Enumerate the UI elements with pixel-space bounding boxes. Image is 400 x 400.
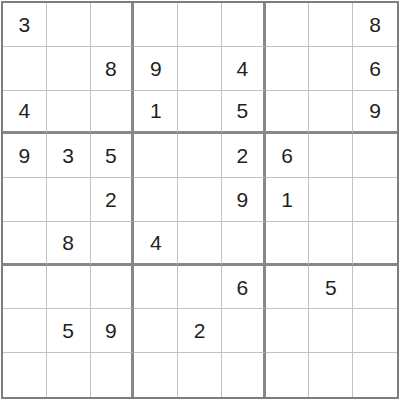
cell-r1c3[interactable] [91,3,135,47]
cell-r5c6[interactable]: 9 [222,178,266,222]
cell-r1c7[interactable] [266,3,310,47]
cell-r8c4[interactable] [134,309,178,353]
cell-r5c3[interactable]: 2 [91,178,135,222]
cell-r2c8[interactable] [309,47,353,91]
cell-r4c1[interactable]: 9 [3,134,47,178]
sudoku-board: 3889464159935262918465592 [1,1,399,399]
cell-r4c8[interactable] [309,134,353,178]
cell-r1c4[interactable] [134,3,178,47]
cell-r1c6[interactable] [222,3,266,47]
cell-r5c7[interactable]: 1 [266,178,310,222]
cell-r6c2[interactable]: 8 [47,222,91,266]
cell-r8c5[interactable]: 2 [178,309,222,353]
cell-r9c9[interactable] [353,353,397,397]
cell-r9c5[interactable] [178,353,222,397]
cell-r7c2[interactable] [47,266,91,310]
cell-r2c5[interactable] [178,47,222,91]
cell-r9c8[interactable] [309,353,353,397]
cell-r6c6[interactable] [222,222,266,266]
cell-r5c2[interactable] [47,178,91,222]
cell-r5c5[interactable] [178,178,222,222]
cell-r4c5[interactable] [178,134,222,178]
cell-r8c2[interactable]: 5 [47,309,91,353]
cell-r7c6[interactable]: 6 [222,266,266,310]
cell-r3c5[interactable] [178,91,222,135]
cell-r3c2[interactable] [47,91,91,135]
cell-r6c4[interactable]: 4 [134,222,178,266]
cell-r8c3[interactable]: 9 [91,309,135,353]
cell-r7c5[interactable] [178,266,222,310]
cell-r3c1[interactable]: 4 [3,91,47,135]
cell-r7c4[interactable] [134,266,178,310]
cell-r9c4[interactable] [134,353,178,397]
cell-r4c2[interactable]: 3 [47,134,91,178]
cell-r6c5[interactable] [178,222,222,266]
cell-r8c7[interactable] [266,309,310,353]
cell-r1c2[interactable] [47,3,91,47]
cell-r3c8[interactable] [309,91,353,135]
cell-r8c8[interactable] [309,309,353,353]
cell-r1c9[interactable]: 8 [353,3,397,47]
cell-r7c8[interactable]: 5 [309,266,353,310]
cell-r9c3[interactable] [91,353,135,397]
cell-r8c1[interactable] [3,309,47,353]
cell-r3c7[interactable] [266,91,310,135]
cell-r1c5[interactable] [178,3,222,47]
cell-r2c1[interactable] [3,47,47,91]
cell-r7c1[interactable] [3,266,47,310]
cell-r3c3[interactable] [91,91,135,135]
cell-r3c9[interactable]: 9 [353,91,397,135]
cell-r7c9[interactable] [353,266,397,310]
cell-r4c3[interactable]: 5 [91,134,135,178]
cell-r4c6[interactable]: 2 [222,134,266,178]
cell-r8c6[interactable] [222,309,266,353]
cell-r1c8[interactable] [309,3,353,47]
cell-r2c3[interactable]: 8 [91,47,135,91]
cell-r8c9[interactable] [353,309,397,353]
cell-r7c3[interactable] [91,266,135,310]
cell-r6c9[interactable] [353,222,397,266]
cell-r5c4[interactable] [134,178,178,222]
cell-r3c6[interactable]: 5 [222,91,266,135]
cell-r6c1[interactable] [3,222,47,266]
cell-r2c6[interactable]: 4 [222,47,266,91]
cell-r5c9[interactable] [353,178,397,222]
cell-r2c9[interactable]: 6 [353,47,397,91]
cell-r6c8[interactable] [309,222,353,266]
cell-r5c1[interactable] [3,178,47,222]
cell-r6c7[interactable] [266,222,310,266]
cell-r4c4[interactable] [134,134,178,178]
cell-r9c1[interactable] [3,353,47,397]
cell-r1c1[interactable]: 3 [3,3,47,47]
cell-r6c3[interactable] [91,222,135,266]
cell-r9c7[interactable] [266,353,310,397]
cell-r2c7[interactable] [266,47,310,91]
cell-r3c4[interactable]: 1 [134,91,178,135]
cell-r7c7[interactable] [266,266,310,310]
cell-r9c2[interactable] [47,353,91,397]
cell-r2c4[interactable]: 9 [134,47,178,91]
cell-r4c7[interactable]: 6 [266,134,310,178]
cell-r9c6[interactable] [222,353,266,397]
cell-r2c2[interactable] [47,47,91,91]
cell-r4c9[interactable] [353,134,397,178]
cell-r5c8[interactable] [309,178,353,222]
